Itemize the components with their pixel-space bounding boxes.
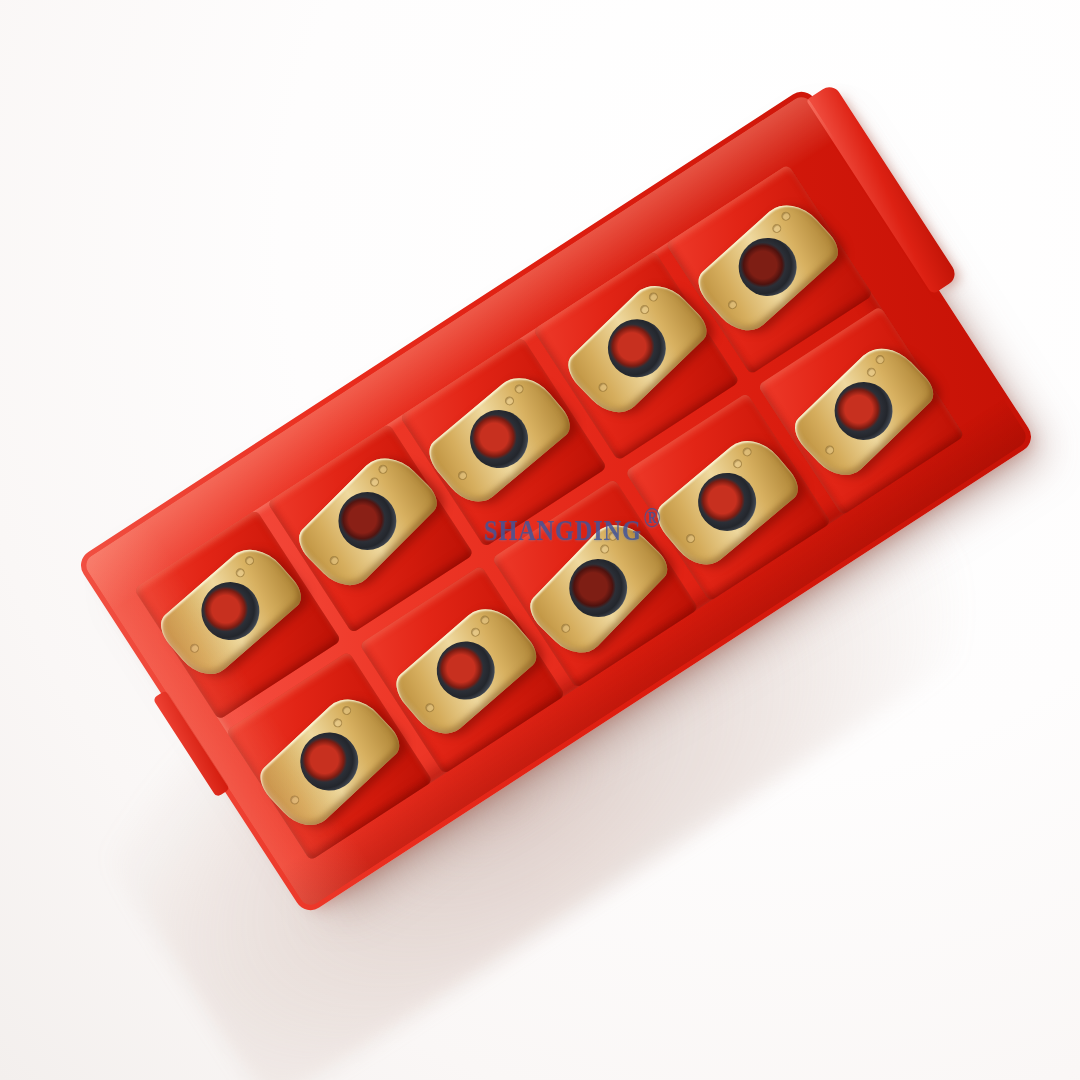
insert-center-hole bbox=[425, 630, 507, 712]
insert-index-dot bbox=[637, 303, 650, 316]
insert-index-dot bbox=[780, 210, 793, 223]
insert-index-dot bbox=[288, 794, 301, 807]
insert-index-dot bbox=[874, 354, 887, 367]
insert-index-dot bbox=[233, 566, 246, 579]
milling-insert-R1C2 bbox=[291, 444, 444, 597]
insert-index-dot bbox=[456, 469, 469, 482]
insert-index-dot bbox=[479, 614, 492, 627]
insert-index-dot bbox=[596, 381, 609, 394]
insert-center-hole bbox=[823, 370, 905, 452]
insert-index-dot bbox=[424, 701, 437, 714]
insert-tray bbox=[134, 164, 965, 861]
insert-index-dot bbox=[726, 298, 739, 311]
insert-index-dot bbox=[469, 626, 482, 639]
insert-index-dot bbox=[503, 394, 516, 407]
milling-insert-R2C5 bbox=[787, 335, 940, 487]
insert-index-dot bbox=[770, 222, 783, 235]
product-photo-scene: SHANGDING® bbox=[0, 0, 1080, 1080]
milling-insert-R1C3 bbox=[421, 364, 577, 513]
insert-index-dot bbox=[513, 383, 526, 396]
insert-index-dot bbox=[340, 705, 353, 718]
insert-center-hole bbox=[686, 462, 768, 544]
insert-index-dot bbox=[824, 444, 837, 457]
milling-insert-R2C1 bbox=[252, 686, 406, 837]
insert-index-dot bbox=[560, 622, 573, 635]
milling-insert-R1C1 bbox=[153, 536, 308, 686]
insert-center-hole bbox=[458, 398, 540, 480]
insert-index-dot bbox=[188, 642, 201, 655]
insert-center-hole bbox=[595, 307, 677, 389]
brand-text: SHANGDING bbox=[484, 514, 642, 546]
insert-index-dot bbox=[377, 463, 390, 476]
brand-watermark: SHANGDING® bbox=[484, 514, 660, 547]
insert-index-dot bbox=[331, 717, 344, 730]
insert-index-dot bbox=[865, 366, 878, 379]
insert-center-hole bbox=[288, 721, 370, 803]
milling-insert-R2C2 bbox=[389, 596, 544, 746]
insert-index-dot bbox=[741, 446, 754, 459]
insert-index-dot bbox=[647, 291, 660, 304]
insert-center-hole bbox=[189, 570, 271, 652]
milling-insert-R1C5 bbox=[690, 191, 845, 341]
insert-center-hole bbox=[727, 226, 809, 308]
milling-insert-R1C4 bbox=[560, 272, 713, 424]
insert-index-dot bbox=[731, 458, 744, 471]
insert-center-hole bbox=[557, 547, 639, 629]
milling-insert-R2C4 bbox=[649, 428, 805, 577]
insert-index-dot bbox=[368, 475, 381, 488]
insert-index-dot bbox=[684, 532, 697, 545]
insert-center-hole bbox=[327, 479, 409, 561]
insert-index-dot bbox=[328, 554, 341, 567]
insert-index-dot bbox=[243, 555, 256, 568]
registered-mark: ® bbox=[643, 503, 660, 534]
